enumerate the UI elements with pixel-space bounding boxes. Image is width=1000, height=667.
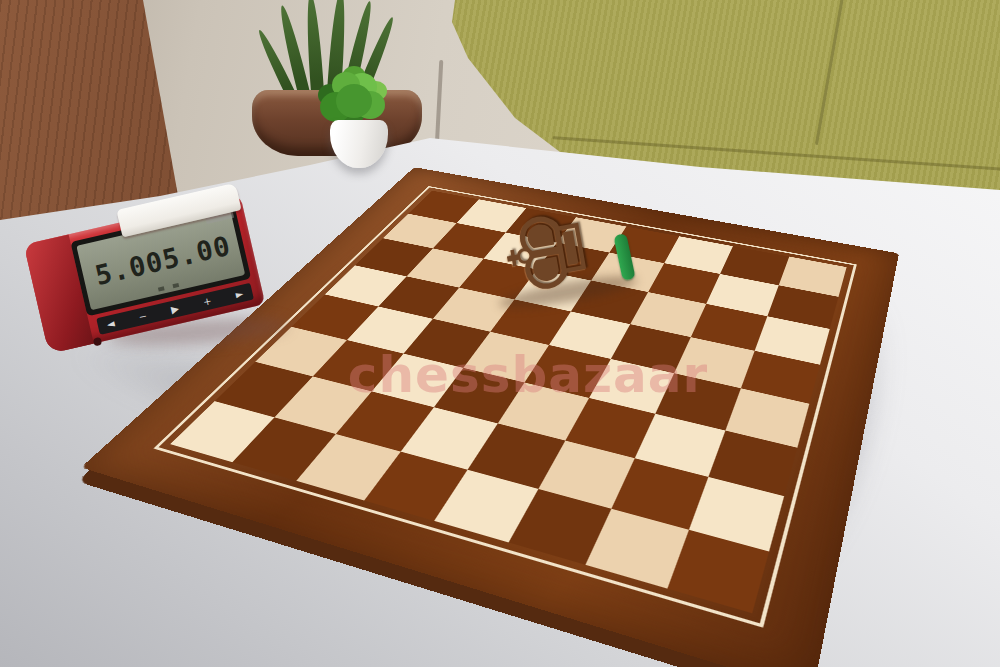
fallen-king-piece: ♚ bbox=[480, 212, 655, 312]
lcd-flag-marker bbox=[173, 283, 180, 288]
clock-time-right: 5.00 bbox=[159, 229, 233, 275]
king-base-felt bbox=[613, 233, 635, 281]
small-green-plant bbox=[336, 84, 372, 118]
king-icon: ♚ bbox=[487, 197, 606, 307]
watermark-text: chessbazaar bbox=[338, 348, 718, 402]
chess-clock: 5.00 5.00 ◄−▶+► bbox=[28, 194, 268, 349]
lcd-flag-marker bbox=[157, 286, 164, 291]
clock-button-plus-icon: + bbox=[202, 296, 212, 308]
clock-button-next-icon: ► bbox=[235, 288, 245, 299]
clock-button-play-pause-icon: ▶ bbox=[170, 303, 180, 314]
clock-button-sound-icon: ◄ bbox=[106, 318, 116, 329]
clock-speaker-hole bbox=[93, 337, 103, 347]
scene: ♚ chessbazaar 5.00 5.00 ◄−▶+► bbox=[0, 0, 1000, 667]
clock-button-minus-icon: − bbox=[138, 310, 148, 322]
clock-time-left: 5.00 bbox=[92, 245, 166, 291]
